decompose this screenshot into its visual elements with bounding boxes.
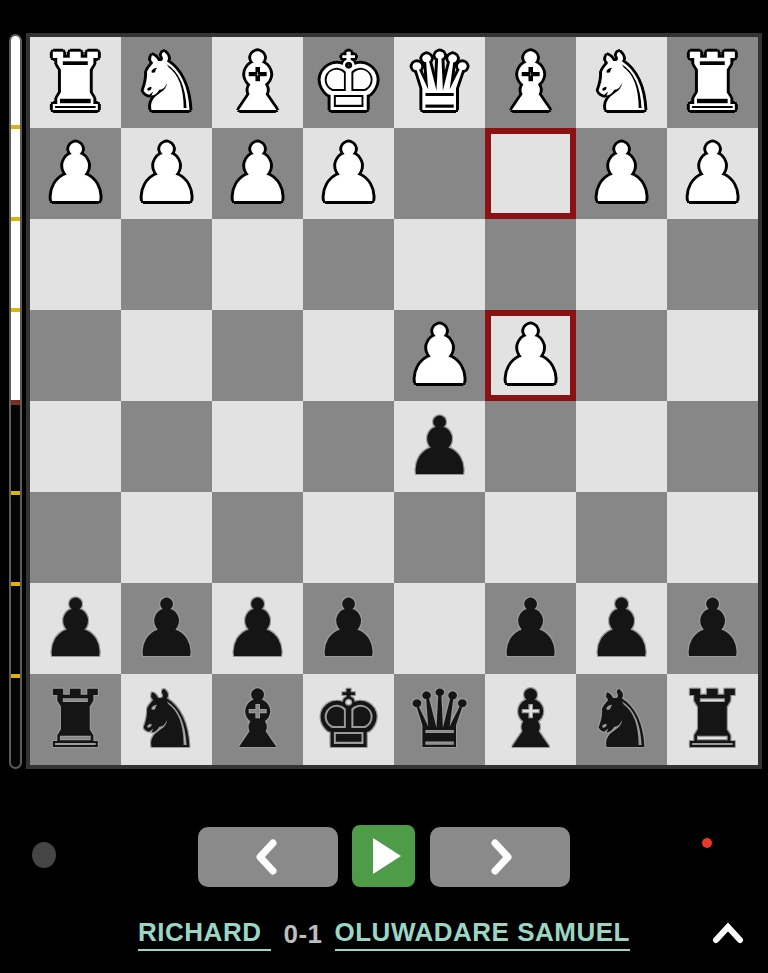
eval-tick <box>11 125 20 129</box>
square-d6[interactable] <box>394 492 485 583</box>
square-e4[interactable] <box>303 310 394 401</box>
square-c7[interactable]: ♟ <box>485 583 576 674</box>
square-h4[interactable] <box>30 310 121 401</box>
white-pawn[interactable]: ♟ <box>131 128 203 219</box>
black-pawn[interactable]: ♟ <box>495 583 567 674</box>
chess-board[interactable]: ♜♞♝♚♛♝♞♜♟♟♟♟♟♟♟♟♟♟♟♟♟♟♟♟♜♞♝♚♛♝♞♜ <box>26 33 762 769</box>
square-g4[interactable] <box>121 310 212 401</box>
square-g3[interactable] <box>121 219 212 310</box>
record-dot-icon <box>32 842 56 868</box>
square-a2[interactable]: ♟ <box>667 128 758 219</box>
chess-app-screen: ♜♞♝♚♛♝♞♜♟♟♟♟♟♟♟♟♟♟♟♟♟♟♟♟♜♞♝♚♛♝♞♜ RICHARD… <box>0 0 768 973</box>
square-g8[interactable]: ♞ <box>121 674 212 765</box>
play-icon <box>373 838 401 874</box>
prev-move-button[interactable] <box>198 827 338 887</box>
square-e3[interactable] <box>303 219 394 310</box>
white-king[interactable]: ♚ <box>313 37 385 128</box>
black-king[interactable]: ♚ <box>313 674 385 765</box>
square-g2[interactable]: ♟ <box>121 128 212 219</box>
white-pawn[interactable]: ♟ <box>40 128 112 219</box>
eval-bar <box>9 34 22 769</box>
square-c8[interactable]: ♝ <box>485 674 576 765</box>
live-dot-icon <box>702 838 712 848</box>
square-b1[interactable]: ♞ <box>576 37 667 128</box>
square-c3[interactable] <box>485 219 576 310</box>
black-knight[interactable]: ♞ <box>131 674 203 765</box>
white-pawn[interactable]: ♟ <box>677 128 749 219</box>
white-queen[interactable]: ♛ <box>404 37 476 128</box>
square-a7[interactable]: ♟ <box>667 583 758 674</box>
game-result-bar: RICHARD 0-1 OLUWADARE SAMUEL <box>0 908 768 960</box>
chevron-right-icon <box>478 835 522 879</box>
eval-tick <box>11 582 20 586</box>
square-b6[interactable] <box>576 492 667 583</box>
black-pawn[interactable]: ♟ <box>222 583 294 674</box>
square-b5[interactable] <box>576 401 667 492</box>
square-e2[interactable]: ♟ <box>303 128 394 219</box>
square-b2[interactable]: ♟ <box>576 128 667 219</box>
collapse-panel-button[interactable] <box>710 916 746 952</box>
white-knight[interactable]: ♞ <box>586 37 658 128</box>
square-b7[interactable]: ♟ <box>576 583 667 674</box>
square-a6[interactable] <box>667 492 758 583</box>
black-queen[interactable]: ♛ <box>404 674 476 765</box>
square-h2[interactable]: ♟ <box>30 128 121 219</box>
result-label: 0-1 <box>283 919 322 950</box>
square-b3[interactable] <box>576 219 667 310</box>
square-h5[interactable] <box>30 401 121 492</box>
black-pawn[interactable]: ♟ <box>40 583 112 674</box>
black-rook[interactable]: ♜ <box>677 674 749 765</box>
square-f7[interactable]: ♟ <box>212 583 303 674</box>
square-f3[interactable] <box>212 219 303 310</box>
square-h6[interactable] <box>30 492 121 583</box>
white-pawn[interactable]: ♟ <box>586 128 658 219</box>
square-d8[interactable]: ♛ <box>394 674 485 765</box>
square-d5[interactable]: ♟ <box>394 401 485 492</box>
black-bishop[interactable]: ♝ <box>222 674 294 765</box>
square-c4[interactable]: ♟ <box>485 310 576 401</box>
black-bishop[interactable]: ♝ <box>495 674 567 765</box>
square-e6[interactable] <box>303 492 394 583</box>
square-f1[interactable]: ♝ <box>212 37 303 128</box>
square-d3[interactable] <box>394 219 485 310</box>
square-c6[interactable] <box>485 492 576 583</box>
square-h3[interactable] <box>30 219 121 310</box>
square-d4[interactable]: ♟ <box>394 310 485 401</box>
square-h7[interactable]: ♟ <box>30 583 121 674</box>
square-b8[interactable]: ♞ <box>576 674 667 765</box>
black-pawn[interactable]: ♟ <box>586 583 658 674</box>
square-f6[interactable] <box>212 492 303 583</box>
square-f8[interactable]: ♝ <box>212 674 303 765</box>
square-f2[interactable]: ♟ <box>212 128 303 219</box>
square-a5[interactable] <box>667 401 758 492</box>
black-pawn[interactable]: ♟ <box>404 401 476 492</box>
white-knight[interactable]: ♞ <box>131 37 203 128</box>
square-h1[interactable]: ♜ <box>30 37 121 128</box>
square-h8[interactable]: ♜ <box>30 674 121 765</box>
black-pawn[interactable]: ♟ <box>313 583 385 674</box>
square-g7[interactable]: ♟ <box>121 583 212 674</box>
square-c5[interactable] <box>485 401 576 492</box>
chevron-up-icon <box>710 916 746 952</box>
square-c2[interactable] <box>485 128 576 219</box>
square-g5[interactable] <box>121 401 212 492</box>
white-pawn[interactable]: ♟ <box>313 128 385 219</box>
chevron-left-icon <box>246 835 290 879</box>
square-g6[interactable] <box>121 492 212 583</box>
square-c1[interactable]: ♝ <box>485 37 576 128</box>
black-knight[interactable]: ♞ <box>586 674 658 765</box>
square-d2[interactable] <box>394 128 485 219</box>
black-rook[interactable]: ♜ <box>40 674 112 765</box>
white-rook[interactable]: ♜ <box>40 37 112 128</box>
white-bishop[interactable]: ♝ <box>495 37 567 128</box>
next-move-button[interactable] <box>430 827 570 887</box>
square-g1[interactable]: ♞ <box>121 37 212 128</box>
square-a4[interactable] <box>667 310 758 401</box>
white-rook[interactable]: ♜ <box>677 37 749 128</box>
square-a8[interactable]: ♜ <box>667 674 758 765</box>
play-button[interactable] <box>352 825 415 887</box>
eval-tick <box>11 217 20 221</box>
black-pawn[interactable]: ♟ <box>131 583 203 674</box>
white-pawn[interactable]: ♟ <box>222 128 294 219</box>
white-pawn[interactable]: ♟ <box>495 310 567 401</box>
square-b4[interactable] <box>576 310 667 401</box>
white-player-link[interactable]: RICHARD <box>138 917 271 951</box>
square-e8[interactable]: ♚ <box>303 674 394 765</box>
square-a1[interactable]: ♜ <box>667 37 758 128</box>
black-player-link[interactable]: OLUWADARE SAMUEL <box>335 917 630 951</box>
eval-tick <box>11 308 20 312</box>
move-controls <box>0 815 768 900</box>
square-f5[interactable] <box>212 401 303 492</box>
square-a3[interactable] <box>667 219 758 310</box>
square-f4[interactable] <box>212 310 303 401</box>
square-e1[interactable]: ♚ <box>303 37 394 128</box>
black-pawn[interactable]: ♟ <box>677 583 749 674</box>
square-d1[interactable]: ♛ <box>394 37 485 128</box>
white-bishop[interactable]: ♝ <box>222 37 294 128</box>
square-e5[interactable] <box>303 401 394 492</box>
square-e7[interactable]: ♟ <box>303 583 394 674</box>
eval-tick <box>11 491 20 495</box>
square-d7[interactable] <box>394 583 485 674</box>
eval-tick <box>11 674 20 678</box>
white-pawn[interactable]: ♟ <box>404 310 476 401</box>
eval-mid-marker <box>11 400 20 405</box>
